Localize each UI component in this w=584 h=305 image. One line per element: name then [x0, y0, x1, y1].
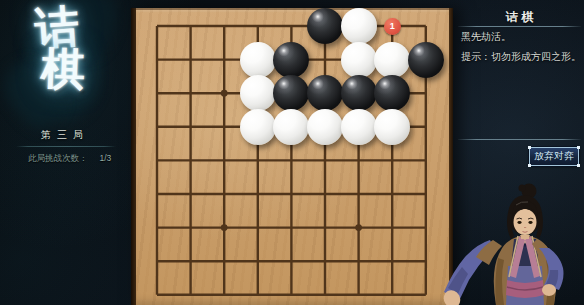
white-stone: [374, 109, 410, 145]
attempts-label: 此局挑战次数：: [28, 153, 88, 165]
white-stone: [307, 109, 343, 145]
divider: [458, 26, 581, 27]
move-1-marker: 1: [384, 18, 401, 35]
go-puzzle-screen: 诘 棋 第三局 此局挑战次数： 1/3 1 诘棋 黑先劫活。 提示：切勿形成方四…: [0, 0, 584, 305]
round-label: 第三局: [0, 128, 124, 142]
white-stone: [341, 8, 377, 44]
white-stone: [341, 109, 377, 145]
button-corner: [528, 164, 531, 167]
divider: [16, 146, 116, 147]
white-stone: [240, 109, 276, 145]
objective-text: 黑先劫活。: [461, 30, 511, 44]
black-stone: [307, 75, 343, 111]
white-stone: [341, 42, 377, 78]
attempts-value: 1/3: [100, 153, 112, 165]
button-corner: [528, 146, 531, 149]
attempts-row: 此局挑战次数： 1/3: [28, 153, 111, 165]
divider: [458, 139, 581, 140]
go-board[interactable]: 1: [131, 8, 453, 305]
calligraphy-char: 棋: [1, 46, 124, 92]
black-stone: [341, 75, 377, 111]
white-stone: [240, 42, 276, 78]
button-corner: [577, 164, 580, 167]
white-stone: [273, 109, 309, 145]
left-panel: 诘 棋 第三局 此局挑战次数： 1/3: [0, 0, 130, 305]
black-stone: [307, 8, 343, 44]
hint-text: 提示：切勿形成方四之形。: [461, 50, 581, 64]
panel-title: 诘棋: [455, 9, 584, 26]
puzzle-title-calligraphy: 诘 棋: [0, 6, 122, 90]
white-stone: [374, 42, 410, 78]
button-corner: [577, 146, 580, 149]
white-stone: [240, 75, 276, 111]
black-stone: [408, 42, 444, 78]
forfeit-button[interactable]: 放弃对弈: [529, 147, 579, 166]
npc-character: [438, 178, 584, 305]
black-stone: [273, 42, 309, 78]
forfeit-button-label: 放弃对弈: [534, 150, 574, 163]
